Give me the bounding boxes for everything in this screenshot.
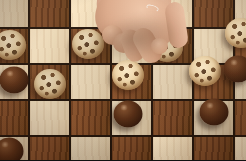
square-r3c1-light[interactable]	[29, 100, 70, 136]
dark-piece-r4c0[interactable]	[0, 138, 23, 161]
square-r4c6-light[interactable]	[234, 136, 246, 160]
square-r3c5-light[interactable]	[193, 100, 234, 136]
board-photo	[0, 0, 246, 160]
dark-piece-r3c5[interactable]	[199, 99, 228, 126]
square-r3c2-dark[interactable]	[70, 100, 111, 136]
square-r3c0-dark[interactable]	[0, 100, 29, 136]
square-r3c3-light[interactable]	[111, 100, 152, 136]
dark-piece-r2c0[interactable]	[0, 67, 28, 94]
light-piece-r1c2[interactable]	[72, 29, 104, 59]
light-piece-r1c4[interactable]	[151, 32, 183, 62]
square-r3c6-dark[interactable]	[234, 100, 246, 136]
square-r0c0-light[interactable]	[0, 0, 29, 28]
square-r4c1-dark[interactable]	[29, 136, 70, 160]
square-r4c4-light[interactable]	[152, 136, 193, 160]
square-r1c4-dark[interactable]	[152, 28, 193, 64]
light-piece-r2c1[interactable]	[34, 69, 66, 99]
square-r4c5-dark[interactable]	[193, 136, 234, 160]
square-r2c6-light[interactable]	[234, 64, 246, 100]
square-r2c3-dark[interactable]	[111, 64, 152, 100]
square-r0c2-light[interactable]	[70, 0, 111, 28]
dark-piece-r3c3[interactable]	[113, 101, 142, 128]
square-r2c0-light[interactable]	[0, 64, 29, 100]
board	[0, 0, 246, 160]
square-r0c3-dark[interactable]	[111, 0, 152, 28]
square-r2c2-light[interactable]	[70, 64, 111, 100]
square-r4c3-dark[interactable]	[111, 136, 152, 160]
dark-piece-r2c6[interactable]	[223, 56, 246, 83]
square-r2c1-dark[interactable]	[29, 64, 70, 100]
light-piece-r2c3[interactable]	[112, 60, 144, 90]
light-piece-r2c5[interactable]	[189, 56, 221, 86]
square-r2c4-light[interactable]	[152, 64, 193, 100]
square-r1c0-dark[interactable]	[0, 28, 29, 64]
square-r4c0-light[interactable]	[0, 136, 29, 160]
light-piece-r1c0[interactable]	[0, 30, 26, 60]
square-r0c1-dark[interactable]	[29, 0, 70, 28]
square-r1c2-dark[interactable]	[70, 28, 111, 64]
square-r3c4-dark[interactable]	[152, 100, 193, 136]
square-r4c2-light[interactable]	[70, 136, 111, 160]
square-r1c1-light[interactable]	[29, 28, 70, 64]
square-r0c4-light[interactable]	[152, 0, 193, 28]
square-r1c3-light[interactable]	[111, 28, 152, 64]
